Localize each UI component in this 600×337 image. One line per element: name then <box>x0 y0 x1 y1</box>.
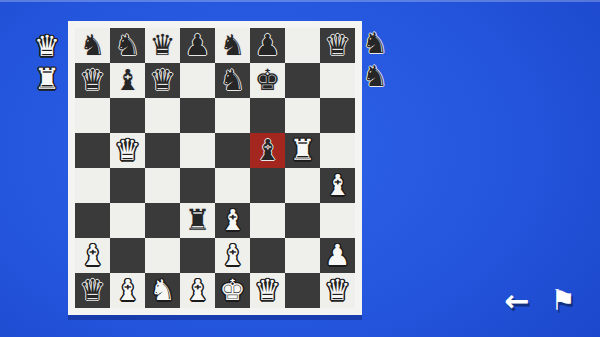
square-f3[interactable] <box>250 203 285 238</box>
black-knight-e7[interactable]: ♞ <box>220 63 246 98</box>
white-bishop-d1[interactable]: ♝ <box>185 273 211 308</box>
square-e6[interactable] <box>215 98 250 133</box>
square-d3[interactable]: ♜ <box>180 203 215 238</box>
square-b6[interactable] <box>110 98 145 133</box>
white-bishop-e2[interactable]: ♝ <box>220 238 246 273</box>
white-king-e1[interactable]: ♚ <box>220 273 246 308</box>
square-c7[interactable]: ♛ <box>145 63 180 98</box>
square-c8[interactable]: ♛ <box>145 28 180 63</box>
game-screen: ♛♜ ♞♞♛♟♞♟♛♛♝♛♞♚♛♝♜♝♜♝♝♝♟♛♝♞♝♚♛♛ ♞♞ ← ⚑ <box>0 0 600 337</box>
undo-button[interactable]: ← <box>500 285 534 315</box>
square-f6[interactable] <box>250 98 285 133</box>
square-a3[interactable] <box>75 203 110 238</box>
square-f7[interactable]: ♚ <box>250 63 285 98</box>
resign-flag-button[interactable]: ⚑ <box>546 285 580 315</box>
square-c3[interactable] <box>145 203 180 238</box>
square-g7[interactable] <box>285 63 320 98</box>
white-queen-f1[interactable]: ♛ <box>255 273 281 308</box>
square-b8[interactable]: ♞ <box>110 28 145 63</box>
square-h8[interactable]: ♛ <box>320 28 355 63</box>
square-c4[interactable] <box>145 168 180 203</box>
square-d1[interactable]: ♝ <box>180 273 215 308</box>
square-b4[interactable] <box>110 168 145 203</box>
square-h6[interactable] <box>320 98 355 133</box>
square-g4[interactable] <box>285 168 320 203</box>
white-bishop-h4[interactable]: ♝ <box>325 168 351 203</box>
square-g1[interactable] <box>285 273 320 308</box>
captured-white-queen: ♛ <box>34 30 60 63</box>
square-e3[interactable]: ♝ <box>215 203 250 238</box>
square-e7[interactable]: ♞ <box>215 63 250 98</box>
square-e4[interactable] <box>215 168 250 203</box>
square-h5[interactable] <box>320 133 355 168</box>
square-d4[interactable] <box>180 168 215 203</box>
captured-white-rook: ♜ <box>34 63 60 96</box>
black-pawn-d8[interactable]: ♟ <box>185 28 211 63</box>
square-d7[interactable] <box>180 63 215 98</box>
square-b3[interactable] <box>110 203 145 238</box>
square-h1[interactable]: ♛ <box>320 273 355 308</box>
square-a8[interactable]: ♞ <box>75 28 110 63</box>
square-a7[interactable]: ♛ <box>75 63 110 98</box>
square-a2[interactable]: ♝ <box>75 238 110 273</box>
square-a6[interactable] <box>75 98 110 133</box>
black-knight-b8[interactable]: ♞ <box>115 28 141 63</box>
square-g3[interactable] <box>285 203 320 238</box>
white-knight-c1[interactable]: ♞ <box>150 273 176 308</box>
captured-black-pieces-tray: ♞♞ <box>362 27 388 93</box>
white-queen-b5[interactable]: ♛ <box>115 133 141 168</box>
black-rook-d3[interactable]: ♜ <box>185 203 211 238</box>
black-knight-a8[interactable]: ♞ <box>80 28 106 63</box>
square-g8[interactable] <box>285 28 320 63</box>
square-f1[interactable]: ♛ <box>250 273 285 308</box>
square-c5[interactable] <box>145 133 180 168</box>
square-b7[interactable]: ♝ <box>110 63 145 98</box>
chess-board: ♞♞♛♟♞♟♛♛♝♛♞♚♛♝♜♝♜♝♝♝♟♛♝♞♝♚♛♛ <box>68 21 362 315</box>
black-king-f7[interactable]: ♚ <box>255 63 281 98</box>
square-d5[interactable] <box>180 133 215 168</box>
black-knight-e8[interactable]: ♞ <box>220 28 246 63</box>
square-a4[interactable] <box>75 168 110 203</box>
black-bishop-f5[interactable]: ♝ <box>255 133 281 168</box>
undo-arrow-icon: ← <box>504 283 529 318</box>
black-queen-a7[interactable]: ♛ <box>80 63 106 98</box>
white-queen-h1[interactable]: ♛ <box>325 273 351 308</box>
black-bishop-b7[interactable]: ♝ <box>115 63 141 98</box>
square-g5[interactable]: ♜ <box>285 133 320 168</box>
control-bar: ← ⚑ <box>500 285 580 315</box>
square-g6[interactable] <box>285 98 320 133</box>
square-d2[interactable] <box>180 238 215 273</box>
square-a5[interactable] <box>75 133 110 168</box>
square-e1[interactable]: ♚ <box>215 273 250 308</box>
square-d8[interactable]: ♟ <box>180 28 215 63</box>
black-queen-c8[interactable]: ♛ <box>150 28 176 63</box>
white-bishop-b1[interactable]: ♝ <box>115 273 141 308</box>
square-b2[interactable] <box>110 238 145 273</box>
white-pawn-h2[interactable]: ♟ <box>325 238 351 273</box>
black-queen-h8[interactable]: ♛ <box>325 28 351 63</box>
square-b1[interactable]: ♝ <box>110 273 145 308</box>
square-e8[interactable]: ♞ <box>215 28 250 63</box>
square-e2[interactable]: ♝ <box>215 238 250 273</box>
square-d6[interactable] <box>180 98 215 133</box>
square-h3[interactable] <box>320 203 355 238</box>
black-queen-c7[interactable]: ♛ <box>150 63 176 98</box>
square-e5[interactable] <box>215 133 250 168</box>
captured-black-knight: ♞ <box>362 60 388 93</box>
white-rook-g5[interactable]: ♜ <box>290 133 316 168</box>
square-b5[interactable]: ♛ <box>110 133 145 168</box>
square-f8[interactable]: ♟ <box>250 28 285 63</box>
square-c2[interactable] <box>145 238 180 273</box>
square-h2[interactable]: ♟ <box>320 238 355 273</box>
square-a1[interactable]: ♛ <box>75 273 110 308</box>
black-queen-a1[interactable]: ♛ <box>80 273 106 308</box>
captured-black-knight: ♞ <box>362 27 388 60</box>
square-h4[interactable]: ♝ <box>320 168 355 203</box>
square-f5[interactable]: ♝ <box>250 133 285 168</box>
captured-white-pieces-tray: ♛♜ <box>34 30 60 96</box>
white-bishop-e3[interactable]: ♝ <box>220 203 246 238</box>
flag-icon: ⚑ <box>550 284 575 317</box>
black-pawn-f8[interactable]: ♟ <box>255 28 281 63</box>
square-c6[interactable] <box>145 98 180 133</box>
square-g2[interactable] <box>285 238 320 273</box>
square-f2[interactable] <box>250 238 285 273</box>
board-grid: ♞♞♛♟♞♟♛♛♝♛♞♚♛♝♜♝♜♝♝♝♟♛♝♞♝♚♛♛ <box>75 28 355 308</box>
square-f4[interactable] <box>250 168 285 203</box>
white-bishop-a2[interactable]: ♝ <box>80 238 106 273</box>
square-c1[interactable]: ♞ <box>145 273 180 308</box>
square-h7[interactable] <box>320 63 355 98</box>
